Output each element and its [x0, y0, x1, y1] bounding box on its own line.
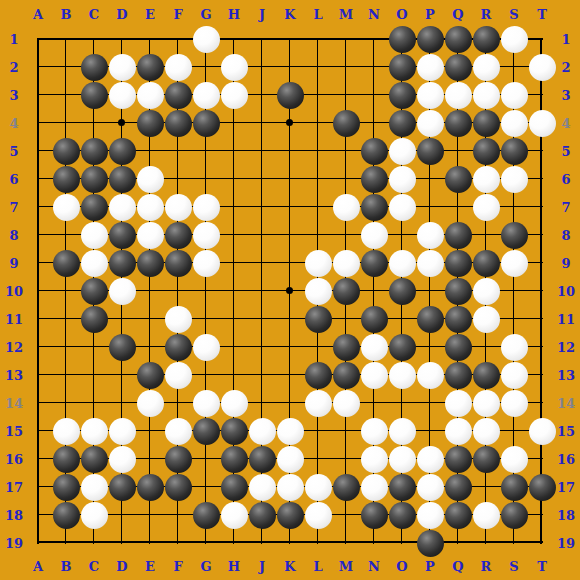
intersection-G13[interactable] [192, 361, 220, 389]
intersection-S1[interactable] [500, 25, 528, 53]
intersection-M18[interactable] [332, 501, 360, 529]
intersection-Q4[interactable] [444, 109, 472, 137]
intersection-C12[interactable] [80, 333, 108, 361]
intersection-B1[interactable] [52, 25, 80, 53]
intersection-H18[interactable] [220, 501, 248, 529]
intersection-F13[interactable] [164, 361, 192, 389]
intersection-M9[interactable] [332, 249, 360, 277]
intersection-T3[interactable] [528, 81, 556, 109]
intersection-H14[interactable] [220, 389, 248, 417]
intersection-C13[interactable] [80, 361, 108, 389]
intersection-G11[interactable] [192, 305, 220, 333]
intersection-F3[interactable] [164, 81, 192, 109]
intersection-C11[interactable] [80, 305, 108, 333]
intersection-C14[interactable] [80, 389, 108, 417]
intersection-S11[interactable] [500, 305, 528, 333]
intersection-P11[interactable] [416, 305, 444, 333]
intersection-S3[interactable] [500, 81, 528, 109]
intersection-D13[interactable] [108, 361, 136, 389]
intersection-L8[interactable] [304, 221, 332, 249]
intersection-O2[interactable] [388, 53, 416, 81]
intersection-B5[interactable] [52, 137, 80, 165]
intersection-D19[interactable] [108, 529, 136, 557]
intersection-D17[interactable] [108, 473, 136, 501]
intersection-P16[interactable] [416, 445, 444, 473]
intersection-Q9[interactable] [444, 249, 472, 277]
intersection-Q17[interactable] [444, 473, 472, 501]
intersection-P10[interactable] [416, 277, 444, 305]
intersection-F15[interactable] [164, 417, 192, 445]
intersection-E19[interactable] [136, 529, 164, 557]
intersection-K5[interactable] [276, 137, 304, 165]
intersection-N14[interactable] [360, 389, 388, 417]
intersection-H7[interactable] [220, 193, 248, 221]
intersection-S9[interactable] [500, 249, 528, 277]
intersection-P19[interactable] [416, 529, 444, 557]
intersection-E10[interactable] [136, 277, 164, 305]
intersection-O4[interactable] [388, 109, 416, 137]
intersection-P1[interactable] [416, 25, 444, 53]
intersection-G17[interactable] [192, 473, 220, 501]
intersection-A10[interactable] [24, 277, 52, 305]
intersection-J11[interactable] [248, 305, 276, 333]
intersection-S8[interactable] [500, 221, 528, 249]
intersection-R16[interactable] [472, 445, 500, 473]
intersection-A18[interactable] [24, 501, 52, 529]
intersection-T5[interactable] [528, 137, 556, 165]
intersection-C17[interactable] [80, 473, 108, 501]
intersection-G15[interactable] [192, 417, 220, 445]
intersection-H16[interactable] [220, 445, 248, 473]
intersection-H2[interactable] [220, 53, 248, 81]
intersection-F18[interactable] [164, 501, 192, 529]
intersection-L13[interactable] [304, 361, 332, 389]
intersection-E4[interactable] [136, 109, 164, 137]
intersection-J4[interactable] [248, 109, 276, 137]
intersection-N3[interactable] [360, 81, 388, 109]
intersection-R5[interactable] [472, 137, 500, 165]
intersection-D5[interactable] [108, 137, 136, 165]
intersection-R17[interactable] [472, 473, 500, 501]
intersection-S12[interactable] [500, 333, 528, 361]
intersection-S2[interactable] [500, 53, 528, 81]
intersection-R11[interactable] [472, 305, 500, 333]
intersection-E14[interactable] [136, 389, 164, 417]
intersection-B15[interactable] [52, 417, 80, 445]
intersection-A12[interactable] [24, 333, 52, 361]
intersection-L1[interactable] [304, 25, 332, 53]
intersection-Q2[interactable] [444, 53, 472, 81]
intersection-P9[interactable] [416, 249, 444, 277]
intersection-T18[interactable] [528, 501, 556, 529]
intersection-J17[interactable] [248, 473, 276, 501]
intersection-T17[interactable] [528, 473, 556, 501]
intersection-Q13[interactable] [444, 361, 472, 389]
intersection-A19[interactable] [24, 529, 52, 557]
intersection-H9[interactable] [220, 249, 248, 277]
intersection-F8[interactable] [164, 221, 192, 249]
intersection-B14[interactable] [52, 389, 80, 417]
intersection-B9[interactable] [52, 249, 80, 277]
intersection-T6[interactable] [528, 165, 556, 193]
intersection-J8[interactable] [248, 221, 276, 249]
intersection-R4[interactable] [472, 109, 500, 137]
intersection-O16[interactable] [388, 445, 416, 473]
intersection-K18[interactable] [276, 501, 304, 529]
intersection-S17[interactable] [500, 473, 528, 501]
intersection-M19[interactable] [332, 529, 360, 557]
intersection-B8[interactable] [52, 221, 80, 249]
intersection-B3[interactable] [52, 81, 80, 109]
intersection-T14[interactable] [528, 389, 556, 417]
intersection-H4[interactable] [220, 109, 248, 137]
intersection-M17[interactable] [332, 473, 360, 501]
intersection-A1[interactable] [24, 25, 52, 53]
intersection-R10[interactable] [472, 277, 500, 305]
intersection-H13[interactable] [220, 361, 248, 389]
intersection-O18[interactable] [388, 501, 416, 529]
intersection-A2[interactable] [24, 53, 52, 81]
intersection-P17[interactable] [416, 473, 444, 501]
intersection-E8[interactable] [136, 221, 164, 249]
intersection-Q11[interactable] [444, 305, 472, 333]
intersection-T11[interactable] [528, 305, 556, 333]
intersection-G19[interactable] [192, 529, 220, 557]
intersection-D18[interactable] [108, 501, 136, 529]
intersection-H6[interactable] [220, 165, 248, 193]
intersection-M8[interactable] [332, 221, 360, 249]
intersection-G5[interactable] [192, 137, 220, 165]
intersection-Q16[interactable] [444, 445, 472, 473]
intersection-O11[interactable] [388, 305, 416, 333]
intersection-K13[interactable] [276, 361, 304, 389]
intersection-L4[interactable] [304, 109, 332, 137]
intersection-M11[interactable] [332, 305, 360, 333]
intersection-N6[interactable] [360, 165, 388, 193]
intersection-O12[interactable] [388, 333, 416, 361]
intersection-M16[interactable] [332, 445, 360, 473]
intersection-P4[interactable] [416, 109, 444, 137]
intersection-H3[interactable] [220, 81, 248, 109]
intersection-F12[interactable] [164, 333, 192, 361]
intersection-D2[interactable] [108, 53, 136, 81]
intersection-D4[interactable] [108, 109, 136, 137]
intersection-J5[interactable] [248, 137, 276, 165]
intersection-Q19[interactable] [444, 529, 472, 557]
intersection-O6[interactable] [388, 165, 416, 193]
intersection-J10[interactable] [248, 277, 276, 305]
intersection-B17[interactable] [52, 473, 80, 501]
intersection-Q6[interactable] [444, 165, 472, 193]
intersection-J7[interactable] [248, 193, 276, 221]
intersection-Q18[interactable] [444, 501, 472, 529]
intersection-A7[interactable] [24, 193, 52, 221]
intersection-Q8[interactable] [444, 221, 472, 249]
intersection-B16[interactable] [52, 445, 80, 473]
intersection-O17[interactable] [388, 473, 416, 501]
intersection-S10[interactable] [500, 277, 528, 305]
intersection-R15[interactable] [472, 417, 500, 445]
intersection-H11[interactable] [220, 305, 248, 333]
intersection-G1[interactable] [192, 25, 220, 53]
intersection-J2[interactable] [248, 53, 276, 81]
intersection-K3[interactable] [276, 81, 304, 109]
intersection-Q15[interactable] [444, 417, 472, 445]
intersection-L3[interactable] [304, 81, 332, 109]
intersection-Q5[interactable] [444, 137, 472, 165]
intersection-M15[interactable] [332, 417, 360, 445]
intersection-D10[interactable] [108, 277, 136, 305]
intersection-S14[interactable] [500, 389, 528, 417]
intersection-R9[interactable] [472, 249, 500, 277]
intersection-K14[interactable] [276, 389, 304, 417]
intersection-F1[interactable] [164, 25, 192, 53]
intersection-F5[interactable] [164, 137, 192, 165]
intersection-M10[interactable] [332, 277, 360, 305]
intersection-K11[interactable] [276, 305, 304, 333]
intersection-A17[interactable] [24, 473, 52, 501]
intersection-D14[interactable] [108, 389, 136, 417]
intersection-R13[interactable] [472, 361, 500, 389]
intersection-A8[interactable] [24, 221, 52, 249]
intersection-E12[interactable] [136, 333, 164, 361]
intersection-C4[interactable] [80, 109, 108, 137]
intersection-O10[interactable] [388, 277, 416, 305]
intersection-R8[interactable] [472, 221, 500, 249]
intersection-K7[interactable] [276, 193, 304, 221]
intersection-R14[interactable] [472, 389, 500, 417]
intersection-K2[interactable] [276, 53, 304, 81]
intersection-M6[interactable] [332, 165, 360, 193]
intersection-M14[interactable] [332, 389, 360, 417]
intersection-L17[interactable] [304, 473, 332, 501]
intersection-D6[interactable] [108, 165, 136, 193]
intersection-L16[interactable] [304, 445, 332, 473]
intersection-O8[interactable] [388, 221, 416, 249]
intersection-F19[interactable] [164, 529, 192, 557]
intersection-A6[interactable] [24, 165, 52, 193]
intersection-E1[interactable] [136, 25, 164, 53]
intersection-C6[interactable] [80, 165, 108, 193]
intersection-K6[interactable] [276, 165, 304, 193]
intersection-L5[interactable] [304, 137, 332, 165]
intersection-J18[interactable] [248, 501, 276, 529]
intersection-R1[interactable] [472, 25, 500, 53]
intersection-M12[interactable] [332, 333, 360, 361]
intersection-B19[interactable] [52, 529, 80, 557]
intersection-A5[interactable] [24, 137, 52, 165]
intersection-O1[interactable] [388, 25, 416, 53]
intersection-A3[interactable] [24, 81, 52, 109]
intersection-D1[interactable] [108, 25, 136, 53]
intersection-G8[interactable] [192, 221, 220, 249]
intersection-O19[interactable] [388, 529, 416, 557]
intersection-M2[interactable] [332, 53, 360, 81]
intersection-G18[interactable] [192, 501, 220, 529]
intersection-B4[interactable] [52, 109, 80, 137]
intersection-M13[interactable] [332, 361, 360, 389]
intersection-D7[interactable] [108, 193, 136, 221]
intersection-P7[interactable] [416, 193, 444, 221]
intersection-E16[interactable] [136, 445, 164, 473]
intersection-P13[interactable] [416, 361, 444, 389]
intersection-H8[interactable] [220, 221, 248, 249]
intersection-N19[interactable] [360, 529, 388, 557]
intersection-H5[interactable] [220, 137, 248, 165]
intersection-R18[interactable] [472, 501, 500, 529]
intersection-R3[interactable] [472, 81, 500, 109]
intersection-J15[interactable] [248, 417, 276, 445]
intersection-A16[interactable] [24, 445, 52, 473]
intersection-F11[interactable] [164, 305, 192, 333]
intersection-K12[interactable] [276, 333, 304, 361]
intersection-T10[interactable] [528, 277, 556, 305]
intersection-C5[interactable] [80, 137, 108, 165]
intersection-S7[interactable] [500, 193, 528, 221]
intersection-G16[interactable] [192, 445, 220, 473]
intersection-C19[interactable] [80, 529, 108, 557]
intersection-J14[interactable] [248, 389, 276, 417]
intersection-F16[interactable] [164, 445, 192, 473]
intersection-J9[interactable] [248, 249, 276, 277]
intersection-O13[interactable] [388, 361, 416, 389]
intersection-K10[interactable] [276, 277, 304, 305]
intersection-M4[interactable] [332, 109, 360, 137]
intersection-O15[interactable] [388, 417, 416, 445]
intersection-S4[interactable] [500, 109, 528, 137]
intersection-G6[interactable] [192, 165, 220, 193]
intersection-H1[interactable] [220, 25, 248, 53]
intersection-P6[interactable] [416, 165, 444, 193]
intersection-O5[interactable] [388, 137, 416, 165]
intersection-D3[interactable] [108, 81, 136, 109]
intersection-C9[interactable] [80, 249, 108, 277]
intersection-Q3[interactable] [444, 81, 472, 109]
intersection-P15[interactable] [416, 417, 444, 445]
intersection-N4[interactable] [360, 109, 388, 137]
intersection-B18[interactable] [52, 501, 80, 529]
intersection-L9[interactable] [304, 249, 332, 277]
intersection-K17[interactable] [276, 473, 304, 501]
intersection-T2[interactable] [528, 53, 556, 81]
intersection-T8[interactable] [528, 221, 556, 249]
intersection-Q12[interactable] [444, 333, 472, 361]
intersection-C8[interactable] [80, 221, 108, 249]
intersection-N13[interactable] [360, 361, 388, 389]
intersection-E11[interactable] [136, 305, 164, 333]
intersection-N10[interactable] [360, 277, 388, 305]
intersection-M1[interactable] [332, 25, 360, 53]
intersection-L14[interactable] [304, 389, 332, 417]
intersection-E18[interactable] [136, 501, 164, 529]
intersection-B13[interactable] [52, 361, 80, 389]
intersection-O9[interactable] [388, 249, 416, 277]
intersection-G2[interactable] [192, 53, 220, 81]
intersection-F4[interactable] [164, 109, 192, 137]
intersection-F2[interactable] [164, 53, 192, 81]
intersection-N11[interactable] [360, 305, 388, 333]
intersection-P18[interactable] [416, 501, 444, 529]
intersection-G4[interactable] [192, 109, 220, 137]
intersection-K8[interactable] [276, 221, 304, 249]
intersection-N12[interactable] [360, 333, 388, 361]
intersection-N17[interactable] [360, 473, 388, 501]
intersection-R12[interactable] [472, 333, 500, 361]
intersection-J12[interactable] [248, 333, 276, 361]
intersection-N16[interactable] [360, 445, 388, 473]
intersection-F6[interactable] [164, 165, 192, 193]
intersection-S19[interactable] [500, 529, 528, 557]
intersection-L10[interactable] [304, 277, 332, 305]
intersection-E2[interactable] [136, 53, 164, 81]
intersection-C18[interactable] [80, 501, 108, 529]
intersection-C15[interactable] [80, 417, 108, 445]
intersection-T1[interactable] [528, 25, 556, 53]
intersection-E7[interactable] [136, 193, 164, 221]
intersection-F14[interactable] [164, 389, 192, 417]
intersection-A13[interactable] [24, 361, 52, 389]
intersection-K1[interactable] [276, 25, 304, 53]
intersection-T16[interactable] [528, 445, 556, 473]
intersection-K19[interactable] [276, 529, 304, 557]
intersection-T19[interactable] [528, 529, 556, 557]
intersection-F10[interactable] [164, 277, 192, 305]
intersection-L11[interactable] [304, 305, 332, 333]
intersection-D16[interactable] [108, 445, 136, 473]
intersection-T12[interactable] [528, 333, 556, 361]
intersection-G3[interactable] [192, 81, 220, 109]
intersection-B12[interactable] [52, 333, 80, 361]
intersection-A14[interactable] [24, 389, 52, 417]
intersection-L19[interactable] [304, 529, 332, 557]
intersection-N15[interactable] [360, 417, 388, 445]
intersection-L2[interactable] [304, 53, 332, 81]
intersection-C2[interactable] [80, 53, 108, 81]
intersection-G10[interactable] [192, 277, 220, 305]
intersection-H10[interactable] [220, 277, 248, 305]
intersection-E6[interactable] [136, 165, 164, 193]
intersection-C1[interactable] [80, 25, 108, 53]
intersection-N9[interactable] [360, 249, 388, 277]
intersection-C3[interactable] [80, 81, 108, 109]
intersection-F9[interactable] [164, 249, 192, 277]
intersection-F17[interactable] [164, 473, 192, 501]
intersection-K16[interactable] [276, 445, 304, 473]
intersection-H12[interactable] [220, 333, 248, 361]
intersection-T13[interactable] [528, 361, 556, 389]
intersection-Q14[interactable] [444, 389, 472, 417]
intersection-T7[interactable] [528, 193, 556, 221]
intersection-L7[interactable] [304, 193, 332, 221]
intersection-J6[interactable] [248, 165, 276, 193]
intersection-D8[interactable] [108, 221, 136, 249]
intersection-S18[interactable] [500, 501, 528, 529]
intersection-P8[interactable] [416, 221, 444, 249]
intersection-M5[interactable] [332, 137, 360, 165]
intersection-T9[interactable] [528, 249, 556, 277]
intersection-E13[interactable] [136, 361, 164, 389]
intersection-R19[interactable] [472, 529, 500, 557]
intersection-L12[interactable] [304, 333, 332, 361]
intersection-H15[interactable] [220, 417, 248, 445]
intersection-C7[interactable] [80, 193, 108, 221]
intersection-S15[interactable] [500, 417, 528, 445]
intersection-B6[interactable] [52, 165, 80, 193]
intersection-A11[interactable] [24, 305, 52, 333]
intersection-N2[interactable] [360, 53, 388, 81]
intersection-S16[interactable] [500, 445, 528, 473]
intersection-N1[interactable] [360, 25, 388, 53]
